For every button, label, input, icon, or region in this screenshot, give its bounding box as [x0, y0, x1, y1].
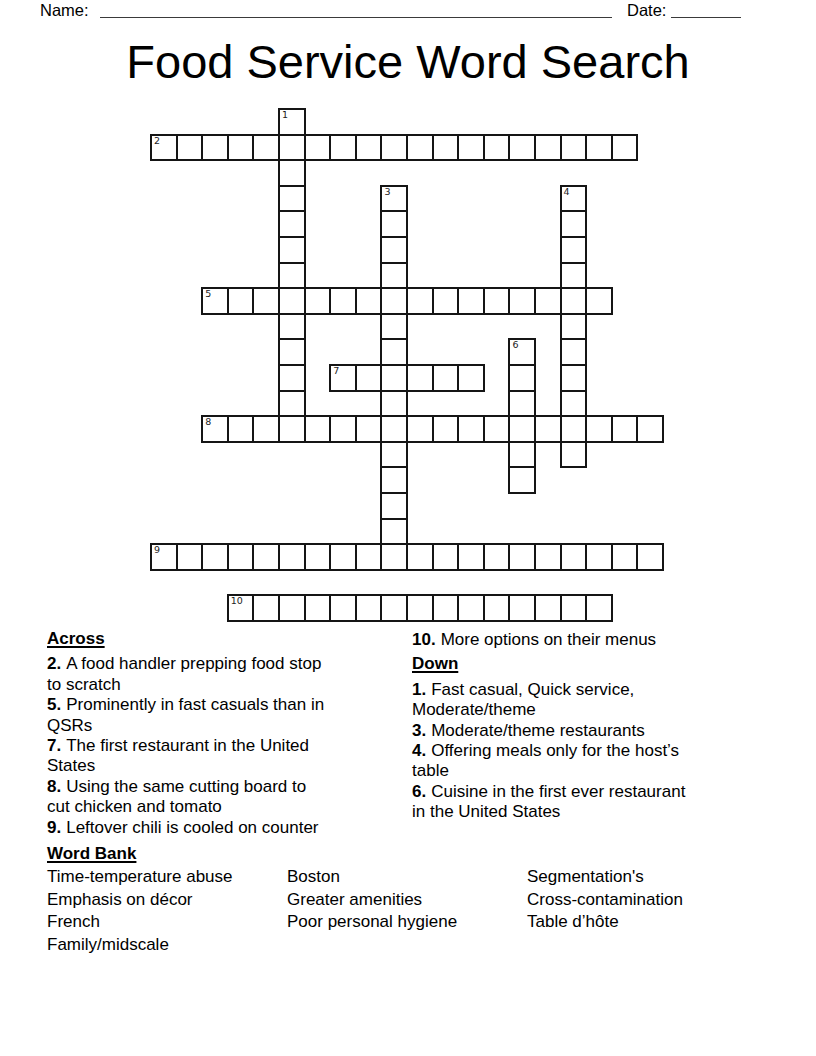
cell-number-10: 10	[231, 595, 243, 606]
date-label: Date:	[627, 1, 666, 19]
grid-cell-r12c9[interactable]	[380, 415, 408, 443]
word-bank-item: Cross-contamination	[527, 889, 683, 912]
grid-cell-r3c5[interactable]	[278, 185, 306, 213]
grid-cell-r2c5[interactable]	[278, 159, 306, 187]
grid-cell-r8c9[interactable]	[380, 313, 408, 341]
grid-cell-r1c17[interactable]	[585, 134, 613, 162]
clue-number: 8.	[47, 777, 66, 796]
grid-cell-r1c15[interactable]	[534, 134, 562, 162]
cell-number-2: 2	[154, 135, 160, 146]
grid-cell-r1c7[interactable]	[329, 134, 357, 162]
grid-cell-r11c9[interactable]	[380, 390, 408, 418]
word-bank-column-3: Segmentation's Cross-contamination Table…	[527, 866, 683, 934]
grid-cell-r17c18[interactable]	[611, 543, 639, 571]
grid-cell-r10c16[interactable]	[560, 364, 588, 392]
clue-down-4: 4.Offering meals only for the host’stabl…	[412, 741, 784, 782]
grid-cell-r1c9[interactable]	[380, 134, 408, 162]
grid-cell-r12c8[interactable]	[355, 415, 383, 443]
grid-cell-r10c5[interactable]	[278, 364, 306, 392]
grid-cell-r17c14[interactable]	[508, 543, 536, 571]
clue-text: The first restaurant in the United	[66, 736, 309, 755]
grid-cell-r5c16[interactable]	[560, 236, 588, 264]
word-bank-item: Family/midscale	[47, 934, 233, 957]
grid-cell-r10c9[interactable]	[380, 364, 408, 392]
grid-cell-r7c13[interactable]	[483, 287, 511, 315]
grid-cell-r1c8[interactable]	[355, 134, 383, 162]
grid-cell-r17c5[interactable]	[278, 543, 306, 571]
clue-across-10: 10.More options on their menus	[412, 630, 784, 650]
grid-cell-r12c7[interactable]	[329, 415, 357, 443]
grid-cell-r10c8[interactable]	[355, 364, 383, 392]
grid-cell-r8c16[interactable]	[560, 313, 588, 341]
grid-cell-r1c2[interactable]	[201, 134, 229, 162]
clue-text: cut chicken and tomato	[47, 797, 222, 816]
grid-cell-r12c3[interactable]	[227, 415, 255, 443]
word-bank-item: Greater amenities	[287, 889, 457, 912]
grid-cell-r4c16[interactable]	[560, 210, 588, 238]
grid-cell-r7c15[interactable]	[534, 287, 562, 315]
word-bank-item: Boston	[287, 866, 457, 889]
grid-cell-r17c17[interactable]	[585, 543, 613, 571]
clue-text: Cuisine in the first ever restaurant	[431, 782, 685, 801]
grid-cell-r17c2[interactable]	[201, 543, 229, 571]
grid-cell-r7c11[interactable]	[432, 287, 460, 315]
grid-cell-r19c3[interactable]: 10	[227, 594, 255, 622]
clue-text: Prominently in fast casuals than in	[66, 695, 324, 714]
clue-number: 7.	[47, 736, 66, 755]
clue-text: More options on their menus	[441, 630, 656, 649]
grid-cell-r3c9[interactable]: 3	[380, 185, 408, 213]
grid-cell-r7c6[interactable]	[304, 287, 332, 315]
clue-across-2: 2.A food handler prepping food stopto sc…	[47, 654, 409, 695]
clue-down-3: 3.Moderate/theme restaurants	[412, 721, 784, 741]
grid-cell-r10c7[interactable]: 7	[329, 364, 357, 392]
grid-cell-r17c12[interactable]	[457, 543, 485, 571]
grid-cell-r17c9[interactable]	[380, 543, 408, 571]
grid-cell-r17c1[interactable]	[176, 543, 204, 571]
grid-cell-r7c3[interactable]	[227, 287, 255, 315]
grid-cell-r12c10[interactable]	[406, 415, 434, 443]
clue-number: 4.	[412, 741, 431, 760]
grid-cell-r19c6[interactable]	[304, 594, 332, 622]
grid-cell-r5c5[interactable]	[278, 236, 306, 264]
grid-cell-r14c9[interactable]	[380, 466, 408, 494]
clue-text: Fast casual, Quick service,	[431, 680, 634, 699]
grid-cell-r5c9[interactable]	[380, 236, 408, 264]
grid-cell-r10c11[interactable]	[432, 364, 460, 392]
clue-number: 10.	[412, 630, 441, 649]
grid-cell-r17c8[interactable]	[355, 543, 383, 571]
grid-cell-r17c6[interactable]	[304, 543, 332, 571]
clue-text: Leftover chili is cooled on counter	[66, 818, 318, 837]
grid-cell-r12c11[interactable]	[432, 415, 460, 443]
grid-cell-r1c3[interactable]	[227, 134, 255, 162]
page-title: Food Service Word Search	[0, 34, 816, 90]
clue-number: 5.	[47, 695, 66, 714]
grid-cell-r13c9[interactable]	[380, 441, 408, 469]
grid-cell-r12c12[interactable]	[457, 415, 485, 443]
grid-cell-r12c14[interactable]	[508, 415, 536, 443]
grid-cell-r1c1[interactable]	[176, 134, 204, 162]
grid-cell-r12c6[interactable]	[304, 415, 332, 443]
cell-number-6: 6	[512, 339, 518, 350]
cell-number-7: 7	[333, 365, 339, 376]
grid-cell-r6c9[interactable]	[380, 262, 408, 290]
grid-cell-r1c11[interactable]	[432, 134, 460, 162]
grid-cell-r19c15[interactable]	[534, 594, 562, 622]
grid-cell-r1c0[interactable]: 2	[150, 134, 178, 162]
cell-number-3: 3	[384, 186, 390, 197]
clue-down-1: 1.Fast casual, Quick service,Moderate/th…	[412, 680, 784, 721]
grid-cell-r19c14[interactable]	[508, 594, 536, 622]
grid-cell-r12c2[interactable]: 8	[201, 415, 229, 443]
cell-number-9: 9	[154, 544, 160, 555]
grid-cell-r12c13[interactable]	[483, 415, 511, 443]
grid-cell-r7c5[interactable]	[278, 287, 306, 315]
word-bank-item: Emphasis on décor	[47, 889, 233, 912]
grid-cell-r9c9[interactable]	[380, 338, 408, 366]
grid-cell-r19c13[interactable]	[483, 594, 511, 622]
clue-across-5: 5.Prominently in fast casuals than inQSR…	[47, 695, 409, 736]
clue-text: in the United States	[412, 802, 560, 821]
grid-cell-r11c5[interactable]	[278, 390, 306, 418]
grid-cell-r17c10[interactable]	[406, 543, 434, 571]
grid-cell-r12c19[interactable]	[636, 415, 664, 443]
clue-text: to scratch	[47, 675, 121, 694]
clue-down-6: 6.Cuisine in the first ever restaurantin…	[412, 782, 784, 823]
word-bank-column-2: Boston Greater amenities Poor personal h…	[287, 866, 457, 934]
grid-cell-r17c3[interactable]	[227, 543, 255, 571]
grid-cell-r1c5[interactable]	[278, 134, 306, 162]
grid-cell-r9c5[interactable]	[278, 338, 306, 366]
grid-cell-r17c11[interactable]	[432, 543, 460, 571]
grid-cell-r10c12[interactable]	[457, 364, 485, 392]
grid-cell-r3c16[interactable]: 4	[560, 185, 588, 213]
cell-number-1: 1	[282, 109, 288, 120]
grid-cell-r6c16[interactable]	[560, 262, 588, 290]
grid-cell-r11c16[interactable]	[560, 390, 588, 418]
clue-text: Moderate/theme	[412, 700, 536, 719]
date-blank-line[interactable]	[671, 1, 741, 18]
clue-text: Moderate/theme restaurants	[431, 721, 645, 740]
grid-cell-r7c17[interactable]	[585, 287, 613, 315]
grid-cell-r17c13[interactable]	[483, 543, 511, 571]
cell-number-5: 5	[205, 288, 211, 299]
grid-cell-r17c4[interactable]	[252, 543, 280, 571]
grid-cell-r7c8[interactable]	[355, 287, 383, 315]
word-bank-item: Segmentation's	[527, 866, 683, 889]
grid-cell-r19c8[interactable]	[355, 594, 383, 622]
clue-across-9: 9.Leftover chili is cooled on counter	[47, 818, 409, 838]
grid-cell-r17c15[interactable]	[534, 543, 562, 571]
grid-cell-r15c9[interactable]	[380, 492, 408, 520]
grid-cell-r19c4[interactable]	[252, 594, 280, 622]
grid-cell-r17c7[interactable]	[329, 543, 357, 571]
grid-cell-r19c10[interactable]	[406, 594, 434, 622]
grid-cell-r19c9[interactable]	[380, 594, 408, 622]
grid-cell-r4c5[interactable]	[278, 210, 306, 238]
grid-cell-r19c17[interactable]	[585, 594, 613, 622]
grid-cell-r7c2[interactable]: 5	[201, 287, 229, 315]
name-blank-line[interactable]	[100, 1, 612, 18]
grid-cell-r13c16[interactable]	[560, 441, 588, 469]
word-bank-item: French	[47, 911, 233, 934]
grid-cell-r19c16[interactable]	[560, 594, 588, 622]
grid-cell-r9c16[interactable]	[560, 338, 588, 366]
grid-cell-r7c14[interactable]	[508, 287, 536, 315]
grid-cell-r13c14[interactable]	[508, 441, 536, 469]
grid-cell-r12c16[interactable]	[560, 415, 588, 443]
clue-text: Offering meals only for the host’s	[431, 741, 679, 760]
grid-cell-r8c5[interactable]	[278, 313, 306, 341]
down-clues-column: 10.More options on their menus Down 1.Fa…	[412, 630, 784, 823]
clue-text: A food handler prepping food stop	[66, 654, 321, 673]
across-clues-column: Across 2.A food handler prepping food st…	[47, 629, 409, 838]
clue-number: 2.	[47, 654, 66, 673]
clue-number: 1.	[412, 680, 431, 699]
grid-cell-r17c0[interactable]: 9	[150, 543, 178, 571]
cell-number-4: 4	[564, 186, 570, 197]
grid-cell-r7c12[interactable]	[457, 287, 485, 315]
word-bank-heading: Word Bank	[47, 844, 136, 864]
grid-cell-r1c4[interactable]	[252, 134, 280, 162]
grid-cell-r12c5[interactable]	[278, 415, 306, 443]
grid-cell-r12c4[interactable]	[252, 415, 280, 443]
down-heading: Down	[412, 654, 784, 674]
word-bank-item: Table d’hôte	[527, 911, 683, 934]
clue-number: 9.	[47, 818, 66, 837]
grid-cell-r1c16[interactable]	[560, 134, 588, 162]
clue-number: 3.	[412, 721, 431, 740]
clue-text: QSRs	[47, 716, 92, 735]
grid-cell-r1c14[interactable]	[508, 134, 536, 162]
grid-cell-r11c14[interactable]	[508, 390, 536, 418]
clue-across-8: 8.Using the same cutting board tocut chi…	[47, 777, 409, 818]
grid-cell-r19c7[interactable]	[329, 594, 357, 622]
grid-cell-r7c4[interactable]	[252, 287, 280, 315]
grid-cell-r16c9[interactable]	[380, 518, 408, 546]
clue-text: Using the same cutting board to	[66, 777, 306, 796]
clue-across-7: 7.The first restaurant in the UnitedStat…	[47, 736, 409, 777]
grid-cell-r4c9[interactable]	[380, 210, 408, 238]
grid-cell-r1c13[interactable]	[483, 134, 511, 162]
word-bank-item: Poor personal hygiene	[287, 911, 457, 934]
grid-cell-r19c12[interactable]	[457, 594, 485, 622]
grid-cell-r19c11[interactable]	[432, 594, 460, 622]
word-bank-column-1: Time-temperature abuse Emphasis on décor…	[47, 866, 233, 957]
grid-cell-r10c14[interactable]	[508, 364, 536, 392]
clue-number: 6.	[412, 782, 431, 801]
grid-cell-r19c5[interactable]	[278, 594, 306, 622]
grid-cell-r1c10[interactable]	[406, 134, 434, 162]
grid-cell-r9c14[interactable]: 6	[508, 338, 536, 366]
grid-cell-r7c10[interactable]	[406, 287, 434, 315]
grid-cell-r7c16[interactable]	[560, 287, 588, 315]
grid-cell-r14c14[interactable]	[508, 466, 536, 494]
crossword-grid: 12345678910	[150, 108, 666, 624]
grid-cell-r17c19[interactable]	[636, 543, 664, 571]
grid-cell-r1c12[interactable]	[457, 134, 485, 162]
grid-cell-r17c16[interactable]	[560, 543, 588, 571]
grid-cell-r0c5[interactable]: 1	[278, 108, 306, 136]
cell-number-8: 8	[205, 416, 211, 427]
name-label: Name:	[40, 1, 89, 19]
clue-text: table	[412, 761, 449, 780]
clue-text: States	[47, 756, 95, 775]
across-heading: Across	[47, 629, 409, 649]
grid-cell-r12c15[interactable]	[534, 415, 562, 443]
grid-cell-r7c9[interactable]	[380, 287, 408, 315]
grid-cell-r12c17[interactable]	[585, 415, 613, 443]
grid-cell-r6c5[interactable]	[278, 262, 306, 290]
grid-cell-r1c18[interactable]	[611, 134, 639, 162]
grid-cell-r12c18[interactable]	[611, 415, 639, 443]
grid-cell-r1c6[interactable]	[304, 134, 332, 162]
grid-cell-r7c7[interactable]	[329, 287, 357, 315]
grid-cell-r10c10[interactable]	[406, 364, 434, 392]
word-bank-item: Time-temperature abuse	[47, 866, 233, 889]
